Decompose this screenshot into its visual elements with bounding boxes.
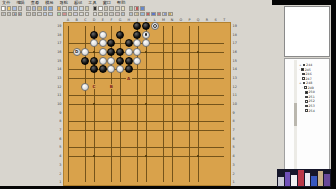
icon-glyph: [122, 13, 124, 15]
coord-row-2-left: 2: [53, 172, 62, 176]
tree-node-icon: [303, 64, 306, 67]
menu-bar: 文件编辑查看棋局导航标记工具窗口帮助: [2, 0, 125, 6]
pass-icon[interactable]: [37, 12, 42, 17]
tree-node[interactable]: 254: [305, 109, 315, 113]
tree-node-icon: [305, 100, 308, 103]
first-move-icon[interactable]: «: [1, 12, 6, 17]
coord-col-J: J: [134, 18, 140, 22]
stone-white-H16[interactable]: [125, 48, 133, 56]
edit-red-icon[interactable]: [146, 12, 151, 17]
coord-row-4-right: 4: [233, 154, 242, 158]
coord-col-F: F: [108, 18, 114, 22]
tree-node-icon: [305, 105, 308, 108]
icon-glyph: [74, 13, 76, 15]
tree-node[interactable]: 252: [305, 99, 315, 103]
coord-col-A: A: [65, 18, 71, 22]
tree-node-label: 251: [309, 95, 315, 99]
coord-row-3-left: 3: [53, 163, 62, 167]
menu-item-5[interactable]: 标记: [74, 0, 82, 5]
mark-triangle-icon[interactable]: [104, 6, 109, 11]
tree-expander-icon[interactable]: +: [299, 64, 302, 67]
stone-black-H15[interactable]: [125, 57, 133, 65]
game-tree-panel[interactable]: +244-245246247+248-249250251252253254: [284, 58, 330, 173]
edit-blue-icon[interactable]: [151, 12, 156, 17]
icon-glyph: [58, 7, 60, 9]
stone-white-E16[interactable]: [99, 48, 107, 56]
stone-black-G15[interactable]: [116, 57, 124, 65]
toolbar-main: [1, 6, 145, 11]
new-file-icon[interactable]: [1, 6, 6, 11]
star-point-D16: [93, 51, 95, 53]
tree-expander-icon[interactable]: -: [299, 68, 300, 71]
tree-node[interactable]: -249: [302, 86, 314, 90]
icon-glyph: [116, 13, 118, 15]
coord-row-7-right: 7: [233, 128, 242, 132]
mark-square-icon[interactable]: [109, 6, 114, 11]
overlay-block: [324, 174, 330, 186]
coord-row-16-left: 16: [53, 50, 62, 54]
icon-glyph: [69, 13, 71, 15]
mark-a-icon[interactable]: [79, 12, 84, 17]
mirror-icon[interactable]: [129, 12, 134, 17]
overlay-block: [305, 173, 311, 186]
icon-glyph: [94, 13, 96, 15]
tree-node-label: 252: [309, 99, 315, 103]
icon-glyph: [141, 7, 143, 9]
coord-col-Q: Q: [195, 18, 201, 22]
last-move-icon[interactable]: »: [32, 12, 37, 17]
icon-glyph: [63, 7, 65, 9]
icon-glyph: [38, 7, 40, 9]
icon-glyph: [13, 7, 15, 9]
coord-col-M: M: [160, 18, 166, 22]
toolbar-separator: [126, 6, 128, 11]
toolbar-separator: [90, 6, 92, 11]
redo-icon[interactable]: [48, 6, 53, 11]
coord-col-C: C: [82, 18, 88, 22]
coord-col-N: N: [169, 18, 175, 22]
icon-glyph: [136, 7, 138, 9]
coord-row-12-right: 12: [233, 85, 242, 89]
video-overlay: [277, 169, 331, 187]
copy-icon[interactable]: [32, 6, 37, 11]
toolbar-navigation: «‹◂▸›»: [1, 11, 173, 16]
icon-glyph: [130, 7, 132, 9]
tree-node-label: 244: [306, 63, 312, 67]
coord-row-13-right: 13: [233, 76, 242, 80]
coord-row-15-left: 15: [53, 59, 62, 63]
stone-black-D18[interactable]: [90, 31, 98, 39]
icon-glyph: [94, 7, 96, 9]
coord-row-2-right: 2: [233, 172, 242, 176]
tree-node[interactable]: 250: [305, 90, 315, 94]
tree-node[interactable]: -245: [299, 68, 311, 72]
menu-item-3[interactable]: 棋局: [45, 0, 53, 5]
board-new-icon[interactable]: [57, 6, 62, 11]
icon-glyph: [74, 7, 76, 9]
stone-black-G18[interactable]: [116, 31, 124, 39]
menu-item-0[interactable]: 文件: [2, 0, 10, 5]
pal-1-icon[interactable]: [157, 12, 162, 17]
tree-node-icon: [303, 82, 306, 85]
toolbar-separator: [90, 12, 92, 17]
coord-row-5-left: 5: [53, 145, 62, 149]
icon-glyph: [164, 13, 166, 15]
menu-item-4[interactable]: 导航: [60, 0, 68, 5]
coord-row-11-right: 11: [233, 93, 242, 97]
cut-icon[interactable]: [26, 6, 31, 11]
tree-node-icon: [302, 73, 305, 76]
tree-node[interactable]: +244: [299, 63, 312, 67]
coord-row-12-left: 12: [53, 85, 62, 89]
coord-row-3-right: 3: [233, 163, 242, 167]
grid-icon[interactable]: [85, 6, 90, 11]
menu-item-6[interactable]: 工具: [88, 0, 96, 5]
stone-black-icon[interactable]: [93, 6, 98, 11]
toolbar-separator: [54, 12, 56, 17]
icon-glyph: [49, 13, 51, 15]
coord-row-14-right: 14: [233, 67, 242, 71]
back-1-icon[interactable]: ◂: [12, 12, 17, 17]
coord-row-4-left: 4: [53, 154, 62, 158]
icon-glyph: [105, 7, 107, 9]
stone-white-E18[interactable]: [99, 31, 107, 39]
count-icon[interactable]: [68, 12, 73, 17]
menu-item-1[interactable]: 编辑: [16, 0, 24, 5]
toolbar-separator: [54, 6, 56, 11]
icon-glyph: [99, 7, 101, 9]
icon-glyph: [80, 7, 82, 9]
coord-col-G: G: [117, 18, 123, 22]
guess-icon[interactable]: [73, 12, 78, 17]
icon-glyph: [69, 7, 71, 9]
zoom-icon[interactable]: [79, 6, 84, 11]
comment-panel[interactable]: [284, 6, 330, 57]
toolbar-separator: [126, 12, 128, 17]
tree-node-icon: [304, 86, 307, 89]
coord-col-R: R: [204, 18, 210, 22]
var-next-icon[interactable]: [48, 12, 53, 17]
tree-node[interactable]: 253: [305, 104, 315, 108]
pal-2-icon[interactable]: [162, 12, 167, 17]
coord-col-D: D: [91, 18, 97, 22]
coord-col-S: S: [213, 18, 219, 22]
star-point-Q10: [197, 103, 199, 105]
star-point-K10: [145, 103, 147, 105]
point-label-B: B: [108, 84, 114, 89]
auto-play-icon[interactable]: [57, 12, 62, 17]
tree-node[interactable]: +248: [299, 81, 312, 85]
coord-row-6-left: 6: [53, 137, 62, 141]
tree-node-icon: [305, 109, 308, 112]
overlay-block: [311, 176, 317, 186]
coord-row-16-right: 16: [233, 50, 242, 54]
icon-glyph: [158, 13, 160, 15]
open-folder-icon[interactable]: [7, 6, 12, 11]
tree-expander-icon[interactable]: -: [302, 86, 303, 89]
icon-glyph: [44, 7, 46, 9]
var-prev-icon[interactable]: [43, 12, 48, 17]
score-icon[interactable]: [140, 12, 145, 17]
forward-1-icon[interactable]: ▸: [18, 12, 23, 17]
tree-node-label: 248: [306, 81, 312, 85]
board-edit-icon[interactable]: [62, 6, 67, 11]
icon-glyph: [111, 7, 113, 9]
icon-glyph: [80, 13, 82, 15]
search-icon[interactable]: [73, 6, 78, 11]
tree-node-icon: [301, 68, 304, 71]
letter-icon[interactable]: [109, 12, 114, 17]
menu-item-2[interactable]: 查看: [31, 0, 39, 5]
coord-col-H: H: [126, 18, 132, 22]
coord-row-17-right: 17: [233, 41, 242, 45]
coord-col-K: K: [143, 18, 149, 22]
icon-glyph: [49, 7, 51, 9]
tree-node[interactable]: 246: [302, 72, 312, 76]
coord-row-1-left: 1: [53, 180, 62, 184]
info-icon[interactable]: [68, 6, 73, 11]
tree-node-label: 245: [305, 68, 311, 72]
overlay-block: [298, 170, 304, 186]
star-point-K4: [145, 155, 147, 157]
tree-view-icon[interactable]: [129, 6, 134, 11]
coord-col-O: O: [178, 18, 184, 22]
coord-row-17-left: 17: [53, 41, 62, 45]
star-point-D10: [93, 103, 95, 105]
back-10-icon[interactable]: ‹: [7, 12, 12, 17]
icon-glyph: [111, 13, 113, 15]
overlay-block: [291, 175, 297, 186]
icon-glyph: [33, 7, 35, 9]
tree-node-label: 246: [306, 72, 312, 76]
icon-glyph: [141, 13, 143, 15]
icon-glyph: [44, 13, 46, 15]
coord-row-8-left: 8: [53, 119, 62, 123]
tree-node-icon: [305, 96, 308, 99]
coord-row-15-right: 15: [233, 59, 242, 63]
options-icon[interactable]: [134, 6, 139, 11]
tree-node-label: 247: [306, 77, 312, 81]
coord-row-6-right: 6: [233, 137, 242, 141]
overlay-block: [278, 177, 284, 186]
stone-white-icon[interactable]: [98, 6, 103, 11]
icon-glyph: [116, 7, 118, 9]
overlay-block: [318, 171, 324, 186]
point-label-A: A: [126, 76, 132, 81]
toolbar-separator: [23, 12, 25, 17]
mark-letter-B16: D: [73, 50, 81, 54]
icon-glyph: [86, 13, 88, 15]
rotate-icon[interactable]: [121, 12, 126, 17]
tree-node-label: 250: [309, 90, 315, 94]
coord-col-E: E: [100, 18, 106, 22]
coord-row-19-left: 19: [53, 24, 62, 28]
icon-glyph: [169, 13, 171, 15]
coord-row-8-right: 8: [233, 119, 242, 123]
coord-col-T: T: [221, 18, 227, 22]
icon-glyph: [58, 13, 60, 15]
screenshot-stage: 文件编辑查看棋局导航标记工具窗口帮助 «‹◂▸›» ABCDEFGHJKLMNO…: [0, 0, 336, 189]
coord-row-18-left: 18: [53, 33, 62, 37]
label-icon[interactable]: [98, 12, 103, 17]
icon-glyph: [19, 7, 21, 9]
number-icon[interactable]: [104, 12, 109, 17]
comment-icon[interactable]: [121, 6, 126, 11]
mark-b-icon[interactable]: [85, 12, 90, 17]
coord-row-13-left: 13: [53, 76, 62, 80]
clear-marks-icon[interactable]: [115, 12, 120, 17]
coord-col-B: B: [74, 18, 80, 22]
coord-row-5-right: 5: [233, 145, 242, 149]
menu-item-7[interactable]: 窗口: [103, 0, 111, 5]
icon-glyph: [63, 13, 65, 15]
coord-row-19-right: 19: [233, 24, 242, 28]
mark-letter-icon[interactable]: [115, 6, 120, 11]
tree-node[interactable]: 251: [305, 95, 315, 99]
print-icon[interactable]: [18, 6, 23, 11]
icon-glyph: [99, 13, 101, 15]
star-point-Q16: [197, 51, 199, 53]
coord-row-9-left: 9: [53, 111, 62, 115]
screen-edge-top-right: [272, 0, 336, 5]
coord-row-1-right: 1: [233, 180, 242, 184]
toolbar-separator: [23, 6, 25, 11]
tree-rows: +244-245246247+248-249250251252253254: [285, 59, 330, 173]
help-icon[interactable]: [140, 6, 145, 11]
stone-white-E15[interactable]: [99, 57, 107, 65]
coord-row-11-left: 11: [53, 93, 62, 97]
tree-node-icon: [302, 77, 305, 80]
star-point-K16: [145, 51, 147, 53]
icon-glyph: [105, 13, 107, 15]
tree-node-label: 254: [309, 109, 315, 113]
coord-row-9-right: 9: [233, 111, 242, 115]
icon-glyph: [2, 7, 4, 9]
menu-item-8[interactable]: 帮助: [117, 0, 125, 5]
mark-c-icon[interactable]: [93, 12, 98, 17]
coord-col-L: L: [152, 18, 158, 22]
stone-black-D15[interactable]: [90, 57, 98, 65]
tree-expander-icon[interactable]: +: [299, 82, 302, 85]
tree-node[interactable]: 247: [302, 77, 312, 81]
icon-glyph: [86, 7, 88, 9]
paste-icon[interactable]: [37, 6, 42, 11]
coord-col-P: P: [186, 18, 192, 22]
screen-edge-right: [331, 0, 336, 189]
icon-glyph: [38, 13, 40, 15]
icon-glyph: [136, 13, 138, 15]
tree-node-label: 253: [309, 104, 315, 108]
mark-circle-L19: [153, 24, 157, 28]
tree-node-label: 249: [308, 86, 314, 90]
forward-10-icon[interactable]: ›: [26, 12, 31, 17]
coord-row-10-right: 10: [233, 102, 242, 106]
tree-node-icon: [305, 91, 308, 94]
setup-icon[interactable]: [134, 12, 139, 17]
icon-glyph: [147, 13, 149, 15]
pal-3-icon[interactable]: [168, 12, 173, 17]
coord-row-7-left: 7: [53, 128, 62, 132]
point-label-C: C: [91, 84, 97, 89]
icon-glyph: [8, 7, 10, 9]
undo-icon[interactable]: [43, 6, 48, 11]
icon-glyph: [130, 13, 132, 15]
coord-row-10-left: 10: [53, 102, 62, 106]
icon-glyph: [27, 7, 29, 9]
coord-row-18-right: 18: [233, 33, 242, 37]
stop-icon[interactable]: [62, 12, 67, 17]
overlay-block: [285, 172, 291, 186]
icon-glyph: [122, 7, 124, 9]
coord-row-14-left: 14: [53, 67, 62, 71]
icon-glyph: [152, 13, 154, 15]
star-point-D4: [93, 155, 95, 157]
save-icon[interactable]: [12, 6, 17, 11]
